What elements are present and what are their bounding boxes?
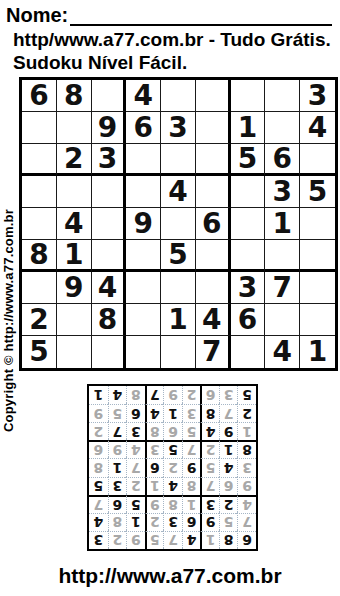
puzzle-cell-r9c4[interactable] [126, 336, 161, 368]
puzzle-cell-r1c2: 8 [57, 80, 92, 112]
solution-cell-r8c9: 9 [89, 404, 108, 422]
solution-cell-r1c1: 6 [237, 531, 256, 549]
solution-cell-r3c5: 8 [163, 495, 182, 513]
puzzle-cell-r8c4[interactable] [126, 304, 161, 336]
puzzle-cell-r7c8: 7 [265, 272, 300, 304]
puzzle-cell-r1c8[interactable] [265, 80, 300, 112]
solution-cell-r2c5: 3 [163, 513, 182, 531]
solution-cell-r4c4: 8 [182, 477, 201, 495]
puzzle-cell-r3c8: 6 [265, 144, 300, 176]
solution-cell-r6c7: 4 [126, 440, 145, 458]
solution-cell-r7c9: 2 [89, 422, 108, 440]
puzzle-cell-r5c5[interactable] [161, 208, 196, 240]
puzzle-cell-r1c1: 6 [22, 80, 57, 112]
solution-cell-r8c6: 4 [145, 404, 164, 422]
solution-cell-r4c9: 5 [89, 477, 108, 495]
solution-cell-r4c7: 2 [126, 477, 145, 495]
solution-cell-r7c8: 7 [108, 422, 127, 440]
footer-url: http://www.a77.com.br [0, 564, 340, 588]
puzzle-cell-r2c8[interactable] [265, 112, 300, 144]
solution-cell-r7c1: 1 [237, 422, 256, 440]
puzzle-cell-r4c9: 5 [300, 176, 335, 208]
puzzle-cell-r8c1: 2 [22, 304, 57, 336]
solution-cell-r6c3: 2 [200, 440, 219, 458]
puzzle-cell-r7c4[interactable] [126, 272, 161, 304]
solution-cell-r2c3: 9 [200, 513, 219, 531]
puzzle-cell-r5c6: 6 [196, 208, 231, 240]
puzzle-cell-r2c7: 1 [231, 112, 266, 144]
puzzle-cell-r4c2[interactable] [57, 176, 92, 208]
puzzle-cell-r5c2: 4 [57, 208, 92, 240]
solution-cell-r2c2: 5 [219, 513, 238, 531]
puzzle-cell-r8c7: 6 [231, 304, 266, 336]
sudoku-puzzle-grid: 684396314235643549618159437281465741 [19, 77, 338, 371]
puzzle-cell-r3c6[interactable] [196, 144, 231, 176]
solution-cell-r9c8: 4 [108, 386, 127, 404]
puzzle-cell-r2c2[interactable] [57, 112, 92, 144]
puzzle-cell-r3c5[interactable] [161, 144, 196, 176]
solution-cell-r4c8: 3 [108, 477, 127, 495]
puzzle-cell-r7c9[interactable] [300, 272, 335, 304]
sudoku-solution-grid-rotated: 6814759237596321844231895679678412353459… [87, 384, 258, 551]
solution-cell-r5c6: 6 [145, 458, 164, 476]
puzzle-cell-r1c6[interactable] [196, 80, 231, 112]
puzzle-cell-r1c5[interactable] [161, 80, 196, 112]
solution-cell-r8c2: 7 [219, 404, 238, 422]
solution-cell-r2c4: 6 [182, 513, 201, 531]
puzzle-cell-r4c6[interactable] [196, 176, 231, 208]
puzzle-cell-r8c2[interactable] [57, 304, 92, 336]
solution-cell-r8c8: 5 [108, 404, 127, 422]
puzzle-cell-r8c9[interactable] [300, 304, 335, 336]
puzzle-cell-r5c8: 1 [265, 208, 300, 240]
puzzle-cell-r5c1[interactable] [22, 208, 57, 240]
puzzle-cell-r5c4: 9 [126, 208, 161, 240]
solution-cell-r4c5: 4 [163, 477, 182, 495]
solution-cell-r9c5: 9 [163, 386, 182, 404]
solution-cell-r2c9: 4 [89, 513, 108, 531]
solution-cell-r9c9: 1 [89, 386, 108, 404]
puzzle-cell-r9c6: 7 [196, 336, 231, 368]
puzzle-cell-r9c1: 5 [22, 336, 57, 368]
puzzle-cell-r9c3[interactable] [92, 336, 127, 368]
solution-cell-r5c7: 7 [126, 458, 145, 476]
solution-cell-r5c2: 4 [219, 458, 238, 476]
puzzle-cell-r9c5[interactable] [161, 336, 196, 368]
puzzle-cell-r1c4: 4 [126, 80, 161, 112]
puzzle-cell-r8c6: 4 [196, 304, 231, 336]
solution-cell-r2c8: 8 [108, 513, 127, 531]
puzzle-cell-r6c6[interactable] [196, 240, 231, 272]
solution-cell-r6c6: 3 [145, 440, 164, 458]
copyright-vertical-text: Copyright © http://www.a77.com.br [1, 140, 17, 432]
puzzle-cell-r6c7[interactable] [231, 240, 266, 272]
puzzle-cell-r9c2[interactable] [57, 336, 92, 368]
solution-cell-r3c7: 5 [126, 495, 145, 513]
solution-cell-r2c6: 2 [145, 513, 164, 531]
puzzle-cell-r6c5: 5 [161, 240, 196, 272]
puzzle-cell-r8c3: 8 [92, 304, 127, 336]
puzzle-cell-r2c9: 4 [300, 112, 335, 144]
puzzle-cell-r4c8: 3 [265, 176, 300, 208]
solution-cell-r9c2: 3 [219, 386, 238, 404]
puzzle-cell-r3c3: 3 [92, 144, 127, 176]
name-label: Nome: [6, 4, 68, 26]
solution-cell-r3c9: 7 [89, 495, 108, 513]
puzzle-cell-r4c5: 4 [161, 176, 196, 208]
puzzle-cell-r8c5: 1 [161, 304, 196, 336]
puzzle-cell-r4c1[interactable] [22, 176, 57, 208]
solution-cell-r3c6: 9 [145, 495, 164, 513]
solution-cell-r7c7: 3 [126, 422, 145, 440]
solution-cell-r9c7: 8 [126, 386, 145, 404]
puzzle-cell-r6c9[interactable] [300, 240, 335, 272]
solution-cell-r1c4: 4 [182, 531, 201, 549]
solution-cell-r1c2: 8 [219, 531, 238, 549]
solution-cell-r7c5: 6 [163, 422, 182, 440]
solution-cell-r6c4: 7 [182, 440, 201, 458]
solution-cell-r9c4: 2 [182, 386, 201, 404]
puzzle-cell-r7c3: 4 [92, 272, 127, 304]
puzzle-cell-r2c6[interactable] [196, 112, 231, 144]
puzzle-cell-r1c3[interactable] [92, 80, 127, 112]
solution-cell-r5c8: 1 [108, 458, 127, 476]
solution-cell-r7c4: 5 [182, 422, 201, 440]
solution-cell-r2c1: 7 [237, 513, 256, 531]
puzzle-cell-r1c9: 3 [300, 80, 335, 112]
solution-cell-r3c8: 6 [108, 495, 127, 513]
name-blank-line [70, 4, 332, 26]
puzzle-cell-r4c7[interactable] [231, 176, 266, 208]
solution-cell-r9c3: 6 [200, 386, 219, 404]
puzzle-cell-r1c7[interactable] [231, 80, 266, 112]
site-tagline: http/www.a77.com.br - Tudo Grátis. [13, 29, 331, 51]
solution-cell-r2c7: 1 [126, 513, 145, 531]
puzzle-cell-r7c2: 9 [57, 272, 92, 304]
solution-cell-r3c1: 4 [237, 495, 256, 513]
puzzle-cell-r8c8[interactable] [265, 304, 300, 336]
solution-cell-r1c9: 3 [89, 531, 108, 549]
solution-cell-r6c9: 6 [89, 440, 108, 458]
solution-cell-r3c2: 2 [219, 495, 238, 513]
solution-cell-r9c1: 5 [237, 386, 256, 404]
solution-cell-r5c5: 2 [163, 458, 182, 476]
puzzle-cell-r4c4[interactable] [126, 176, 161, 208]
puzzle-cell-r5c9[interactable] [300, 208, 335, 240]
solution-cell-r4c2: 6 [219, 477, 238, 495]
solution-cell-r8c4: 3 [182, 404, 201, 422]
solution-cell-r3c4: 1 [182, 495, 201, 513]
solution-cell-r7c6: 8 [145, 422, 164, 440]
puzzle-cell-r6c1: 8 [22, 240, 57, 272]
puzzle-cell-r7c5[interactable] [161, 272, 196, 304]
puzzle-cell-r3c2: 2 [57, 144, 92, 176]
solution-cell-r1c8: 2 [108, 531, 127, 549]
puzzle-level-title: Sudoku Nível Fácil. [13, 52, 187, 74]
solution-cell-r5c3: 5 [200, 458, 219, 476]
puzzle-cell-r2c5: 3 [161, 112, 196, 144]
solution-cell-r5c1: 3 [237, 458, 256, 476]
printable-sudoku-page: Nome: http/www.a77.com.br - Tudo Grátis.… [0, 0, 340, 596]
puzzle-cell-r7c6[interactable] [196, 272, 231, 304]
puzzle-cell-r3c4[interactable] [126, 144, 161, 176]
puzzle-cell-r6c8[interactable] [265, 240, 300, 272]
puzzle-cell-r2c3: 9 [92, 112, 127, 144]
puzzle-cell-r6c3[interactable] [92, 240, 127, 272]
puzzle-cell-r6c4[interactable] [126, 240, 161, 272]
puzzle-cell-r4c3[interactable] [92, 176, 127, 208]
puzzle-cell-r7c7: 3 [231, 272, 266, 304]
puzzle-cell-r6c2: 1 [57, 240, 92, 272]
puzzle-cell-r5c3[interactable] [92, 208, 127, 240]
solution-cell-r4c1: 9 [237, 477, 256, 495]
solution-cell-r7c2: 9 [219, 422, 238, 440]
solution-cell-r8c7: 6 [126, 404, 145, 422]
solution-cell-r8c3: 8 [200, 404, 219, 422]
solution-cell-r1c3: 1 [200, 531, 219, 549]
solution-cell-r4c6: 1 [145, 477, 164, 495]
puzzle-cell-r2c4: 6 [126, 112, 161, 144]
solution-cell-r4c3: 7 [200, 477, 219, 495]
solution-cell-r1c5: 7 [163, 531, 182, 549]
solution-cell-r6c8: 9 [108, 440, 127, 458]
solution-cell-r9c6: 7 [145, 386, 164, 404]
solution-cell-r5c4: 9 [182, 458, 201, 476]
solution-cell-r1c6: 5 [145, 531, 164, 549]
name-row: Nome: [6, 4, 332, 26]
solution-cell-r8c1: 2 [237, 404, 256, 422]
puzzle-cell-r9c7[interactable] [231, 336, 266, 368]
puzzle-cell-r9c9: 1 [300, 336, 335, 368]
puzzle-cell-r9c8: 4 [265, 336, 300, 368]
solution-cell-r6c5: 5 [163, 440, 182, 458]
solution-cell-r6c2: 1 [219, 440, 238, 458]
solution-cell-r6c1: 8 [237, 440, 256, 458]
puzzle-cell-r5c7[interactable] [231, 208, 266, 240]
puzzle-cell-r7c1[interactable] [22, 272, 57, 304]
puzzle-cell-r3c9[interactable] [300, 144, 335, 176]
puzzle-cell-r3c1[interactable] [22, 144, 57, 176]
solution-cell-r1c7: 9 [126, 531, 145, 549]
solution-cell-r8c5: 1 [163, 404, 182, 422]
puzzle-cell-r2c1[interactable] [22, 112, 57, 144]
puzzle-cell-r3c7: 5 [231, 144, 266, 176]
solution-cell-r7c3: 4 [200, 422, 219, 440]
solution-cell-r5c9: 8 [89, 458, 108, 476]
solution-cell-r3c3: 3 [200, 495, 219, 513]
